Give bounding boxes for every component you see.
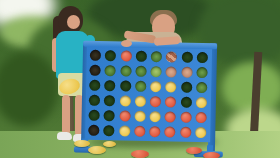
empty-hole-r1c5 (151, 51, 162, 62)
empty-hole-r2c8 (196, 67, 207, 78)
connect-four-board (81, 41, 217, 156)
girl-leg (62, 95, 70, 135)
empty-hole-r2c7 (181, 67, 192, 78)
red-disc-on-grass (203, 152, 220, 158)
girl-sneaker (57, 132, 72, 140)
yellow-disc-r4c4 (135, 96, 146, 107)
red-disc-r5c7 (180, 112, 191, 123)
red-disc-r5c3 (119, 110, 130, 121)
empty-hole-r6c2 (104, 125, 115, 136)
empty-hole-r2c1 (90, 65, 101, 76)
empty-hole-r3c2 (105, 80, 116, 91)
red-disc-r6c6 (165, 126, 176, 137)
empty-hole-r1c1 (90, 50, 101, 61)
empty-hole-r1c7 (181, 52, 192, 63)
red-disc-r6c7 (180, 127, 191, 138)
board-hole-grid (86, 48, 210, 141)
yellow-disc-r5c5 (150, 111, 161, 122)
yellow-disc-r6c3 (119, 125, 130, 136)
empty-hole-r2c6 (166, 66, 177, 77)
red-disc-r5c8 (195, 112, 206, 123)
girl-face (67, 15, 80, 29)
yellow-disc-r3c5 (150, 81, 161, 92)
yellow-disc-r4c3 (119, 95, 130, 106)
empty-hole-r2c5 (151, 66, 162, 77)
empty-hole-r3c1 (89, 80, 100, 91)
yellow-disc-on-grass (88, 146, 106, 154)
yellow-disc-r6c8 (195, 127, 206, 138)
empty-hole-r5c2 (104, 110, 115, 121)
outdoor-connect-four-photo (0, 0, 280, 158)
empty-hole-r5c1 (89, 110, 100, 121)
empty-hole-r2c3 (120, 65, 131, 76)
red-disc-r6c4 (134, 126, 145, 137)
empty-hole-r3c3 (120, 80, 131, 91)
red-disc-on-grass (186, 147, 202, 154)
yellow-disc-on-grass (74, 140, 90, 147)
red-disc-r4c5 (150, 96, 161, 107)
empty-hole-r3c8 (196, 82, 207, 93)
empty-hole-r3c4 (135, 81, 146, 92)
empty-hole-r1c8 (197, 52, 208, 63)
empty-hole-r6c1 (88, 125, 99, 136)
board-panel (85, 46, 212, 143)
red-disc-r5c6 (165, 111, 176, 122)
yellow-disc-r5c4 (134, 111, 145, 122)
red-disc-r6c5 (149, 126, 160, 137)
yellow-disc-r4c8 (196, 97, 207, 108)
red-disc-r4c6 (165, 96, 176, 107)
empty-hole-r4c2 (104, 95, 115, 106)
red-disc-r1c3 (120, 50, 131, 61)
yellow-disc-on-grass (103, 141, 116, 147)
yellow-disc-r3c6 (165, 81, 176, 92)
empty-hole-r2c4 (135, 66, 146, 77)
empty-hole-r4c7 (180, 97, 191, 108)
empty-hole-r1c4 (136, 51, 147, 62)
empty-hole-r1c6 (166, 51, 177, 62)
empty-hole-r4c1 (89, 95, 100, 106)
empty-hole-r1c2 (105, 50, 116, 61)
empty-hole-r3c7 (181, 82, 192, 93)
red-disc-on-grass (131, 150, 149, 158)
empty-hole-r2c2 (105, 65, 116, 76)
